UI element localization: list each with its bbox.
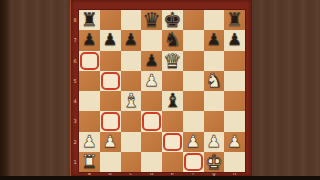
- piece-white-knight-g5[interactable]: ♞: [205, 70, 222, 90]
- square-b5[interactable]: [100, 71, 121, 91]
- square-f1[interactable]: [183, 152, 204, 172]
- square-d5[interactable]: ♟: [141, 71, 162, 91]
- square-b2[interactable]: ♟: [100, 132, 121, 152]
- square-f8[interactable]: [183, 10, 204, 30]
- square-b3[interactable]: [100, 111, 121, 131]
- piece-white-pawn-a2[interactable]: ♟: [82, 131, 97, 151]
- square-f6[interactable]: [183, 51, 204, 71]
- piece-white-pawn-h2[interactable]: ♟: [227, 131, 242, 151]
- square-a5[interactable]: [79, 71, 100, 91]
- square-c7[interactable]: ♟: [121, 30, 142, 50]
- square-c6[interactable]: [121, 51, 142, 71]
- piece-white-rook-a1[interactable]: ♜: [81, 151, 98, 171]
- square-f4[interactable]: [183, 91, 204, 111]
- piece-white-bishop-c4[interactable]: ♝: [122, 91, 139, 111]
- square-h2[interactable]: ♟: [224, 132, 245, 152]
- square-g3[interactable]: [204, 111, 225, 131]
- left-edge-shadow: [0, 0, 12, 180]
- square-e4[interactable]: ♝: [162, 91, 183, 111]
- piece-black-pawn-c7[interactable]: ♟: [123, 30, 138, 50]
- rank-label-2: 2: [71, 132, 79, 152]
- square-c1[interactable]: [121, 152, 142, 172]
- piece-black-rook-h8[interactable]: ♜: [226, 10, 243, 30]
- rank-coordinates: 87654321: [71, 10, 79, 172]
- square-f3[interactable]: [183, 111, 204, 131]
- square-c4[interactable]: ♝: [121, 91, 142, 111]
- chess-board[interactable]: ♜♛♚♜♟♟♟♞♟♟♟♛♟♞♝♝♟♟♟♟♟♜♚: [79, 10, 245, 172]
- piece-black-pawn-d6[interactable]: ♟: [144, 50, 159, 70]
- square-a1[interactable]: ♜: [79, 152, 100, 172]
- board-frame: 87654321 abcdefgh ♜♛♚♜♟♟♟♞♟♟♟♛♟♞♝♝♟♟♟♟♟♜…: [70, 0, 252, 176]
- piece-black-queen-d8[interactable]: ♛: [142, 10, 160, 30]
- rank-label-8: 8: [71, 10, 79, 30]
- square-b7[interactable]: ♟: [100, 30, 121, 50]
- square-h8[interactable]: ♜: [224, 10, 245, 30]
- rank-label-3: 3: [71, 111, 79, 131]
- piece-white-pawn-b2[interactable]: ♟: [103, 131, 118, 151]
- square-b8[interactable]: [100, 10, 121, 30]
- piece-black-pawn-g7[interactable]: ♟: [206, 30, 221, 50]
- square-a6[interactable]: [79, 51, 100, 71]
- square-c8[interactable]: [121, 10, 142, 30]
- square-b1[interactable]: [100, 152, 121, 172]
- square-b6[interactable]: [100, 51, 121, 71]
- square-h6[interactable]: [224, 51, 245, 71]
- piece-white-queen-e6[interactable]: ♛: [163, 50, 181, 70]
- piece-white-king-g1[interactable]: ♚: [205, 151, 223, 171]
- square-h7[interactable]: ♟: [224, 30, 245, 50]
- square-g5[interactable]: ♞: [204, 71, 225, 91]
- piece-black-knight-e7[interactable]: ♞: [164, 30, 181, 50]
- bottom-edge-shadow: [0, 176, 320, 180]
- square-g1[interactable]: ♚: [204, 152, 225, 172]
- square-a8[interactable]: ♜: [79, 10, 100, 30]
- piece-white-pawn-g2[interactable]: ♟: [206, 131, 221, 151]
- square-g8[interactable]: [204, 10, 225, 30]
- square-f2[interactable]: ♟: [183, 132, 204, 152]
- piece-black-pawn-a7[interactable]: ♟: [82, 30, 97, 50]
- square-e6[interactable]: ♛: [162, 51, 183, 71]
- square-c2[interactable]: [121, 132, 142, 152]
- piece-black-rook-a8[interactable]: ♜: [81, 10, 98, 30]
- square-g4[interactable]: [204, 91, 225, 111]
- square-f7[interactable]: [183, 30, 204, 50]
- square-d4[interactable]: [141, 91, 162, 111]
- rank-label-5: 5: [71, 71, 79, 91]
- square-e2[interactable]: [162, 132, 183, 152]
- piece-black-pawn-h7[interactable]: ♟: [227, 30, 242, 50]
- rank-label-1: 1: [71, 152, 79, 172]
- square-a4[interactable]: [79, 91, 100, 111]
- rank-label-6: 6: [71, 51, 79, 71]
- square-d7[interactable]: [141, 30, 162, 50]
- square-e3[interactable]: [162, 111, 183, 131]
- piece-white-pawn-d5[interactable]: ♟: [144, 70, 159, 90]
- square-a2[interactable]: ♟: [79, 132, 100, 152]
- square-d3[interactable]: [141, 111, 162, 131]
- square-d2[interactable]: [141, 132, 162, 152]
- rank-label-4: 4: [71, 91, 79, 111]
- square-b4[interactable]: [100, 91, 121, 111]
- square-f5[interactable]: [183, 71, 204, 91]
- square-d1[interactable]: [141, 152, 162, 172]
- square-a3[interactable]: [79, 111, 100, 131]
- square-a7[interactable]: ♟: [79, 30, 100, 50]
- square-h5[interactable]: [224, 71, 245, 91]
- square-h1[interactable]: [224, 152, 245, 172]
- rank-label-7: 7: [71, 30, 79, 50]
- square-c3[interactable]: [121, 111, 142, 131]
- square-d8[interactable]: ♛: [141, 10, 162, 30]
- piece-white-pawn-f2[interactable]: ♟: [186, 131, 201, 151]
- square-d6[interactable]: ♟: [141, 51, 162, 71]
- app-screen: 87654321 abcdefgh ♜♛♚♜♟♟♟♞♟♟♟♛♟♞♝♝♟♟♟♟♟♜…: [0, 0, 320, 180]
- piece-black-king-e8[interactable]: ♚: [163, 10, 181, 30]
- square-e1[interactable]: [162, 152, 183, 172]
- piece-black-pawn-b7[interactable]: ♟: [103, 30, 118, 50]
- piece-black-bishop-e4[interactable]: ♝: [164, 91, 181, 111]
- square-g7[interactable]: ♟: [204, 30, 225, 50]
- square-h4[interactable]: [224, 91, 245, 111]
- square-h3[interactable]: [224, 111, 245, 131]
